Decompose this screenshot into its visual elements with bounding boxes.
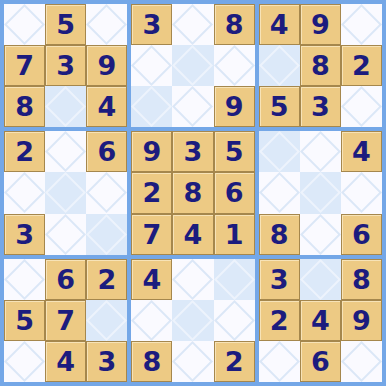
cell-r7c7: 3 bbox=[259, 259, 300, 300]
cell-r7c4: 4 bbox=[131, 259, 172, 300]
cell-r7c5[interactable] bbox=[172, 259, 213, 300]
cell-r9c3: 3 bbox=[86, 341, 127, 382]
diamond-outline-icon bbox=[45, 86, 86, 127]
cell-r3c1: 8 bbox=[4, 86, 45, 127]
cell-r1c5[interactable] bbox=[172, 4, 213, 45]
diamond-outline-icon bbox=[172, 341, 213, 382]
cell-r8c4[interactable] bbox=[131, 300, 172, 341]
diamond-outline-icon bbox=[300, 131, 341, 172]
diamond-outline-icon bbox=[172, 45, 213, 86]
box-r3c2: 482 bbox=[131, 259, 254, 382]
cell-r7c9: 8 bbox=[341, 259, 382, 300]
diamond-outline-icon bbox=[259, 131, 300, 172]
diamond-outline-icon bbox=[341, 172, 382, 213]
cell-r9c2: 4 bbox=[45, 341, 86, 382]
diamond-outline-icon bbox=[131, 86, 172, 127]
cell-r7c2: 6 bbox=[45, 259, 86, 300]
diamond-outline-icon bbox=[45, 214, 86, 255]
cell-r2c5[interactable] bbox=[172, 45, 213, 86]
diamond-outline-icon bbox=[259, 172, 300, 213]
cell-r3c4[interactable] bbox=[131, 86, 172, 127]
diamond-outline-icon bbox=[172, 4, 213, 45]
cell-r7c6[interactable] bbox=[214, 259, 255, 300]
cell-r6c6: 1 bbox=[214, 214, 255, 255]
diamond-outline-icon bbox=[214, 259, 255, 300]
box-r2c3: 486 bbox=[259, 131, 382, 254]
diamond-outline-icon bbox=[341, 4, 382, 45]
cell-r6c2[interactable] bbox=[45, 214, 86, 255]
cell-r1c3[interactable] bbox=[86, 4, 127, 45]
diamond-outline-icon bbox=[300, 214, 341, 255]
cell-r2c9: 2 bbox=[341, 45, 382, 86]
box-r3c3: 382496 bbox=[259, 259, 382, 382]
sudoku-board: 5739843894982532639352867414866257434823… bbox=[0, 0, 386, 386]
cell-r3c6: 9 bbox=[214, 86, 255, 127]
cell-r7c8[interactable] bbox=[300, 259, 341, 300]
cell-r5c8[interactable] bbox=[300, 172, 341, 213]
cell-r5c5: 8 bbox=[172, 172, 213, 213]
diamond-outline-icon bbox=[341, 86, 382, 127]
cell-r4c4: 9 bbox=[131, 131, 172, 172]
diamond-outline-icon bbox=[214, 300, 255, 341]
cell-r4c1: 2 bbox=[4, 131, 45, 172]
cell-r9c5[interactable] bbox=[172, 341, 213, 382]
cell-r9c7[interactable] bbox=[259, 341, 300, 382]
cell-r1c8: 9 bbox=[300, 4, 341, 45]
box-r1c3: 498253 bbox=[259, 4, 382, 127]
cell-r8c1: 5 bbox=[4, 300, 45, 341]
cell-r5c1[interactable] bbox=[4, 172, 45, 213]
cell-r1c4: 3 bbox=[131, 4, 172, 45]
diamond-outline-icon bbox=[300, 259, 341, 300]
cell-r9c1[interactable] bbox=[4, 341, 45, 382]
cell-r6c7: 8 bbox=[259, 214, 300, 255]
cell-r2c1: 7 bbox=[4, 45, 45, 86]
cell-r8c3[interactable] bbox=[86, 300, 127, 341]
cell-r8c7: 2 bbox=[259, 300, 300, 341]
diamond-outline-icon bbox=[300, 172, 341, 213]
cell-r1c6: 8 bbox=[214, 4, 255, 45]
diamond-outline-icon bbox=[4, 259, 45, 300]
cell-r3c3: 4 bbox=[86, 86, 127, 127]
cell-r1c9[interactable] bbox=[341, 4, 382, 45]
cell-r8c9: 9 bbox=[341, 300, 382, 341]
diamond-outline-icon bbox=[131, 45, 172, 86]
cell-r9c6: 2 bbox=[214, 341, 255, 382]
cell-r9c9[interactable] bbox=[341, 341, 382, 382]
cell-r1c2: 5 bbox=[45, 4, 86, 45]
cell-r1c7: 4 bbox=[259, 4, 300, 45]
cell-r3c7: 5 bbox=[259, 86, 300, 127]
diamond-outline-icon bbox=[86, 172, 127, 213]
diamond-outline-icon bbox=[4, 4, 45, 45]
cell-r9c8: 6 bbox=[300, 341, 341, 382]
cell-r2c4[interactable] bbox=[131, 45, 172, 86]
cell-r7c3: 2 bbox=[86, 259, 127, 300]
cell-r4c6: 5 bbox=[214, 131, 255, 172]
cell-r6c3[interactable] bbox=[86, 214, 127, 255]
cell-r7c1[interactable] bbox=[4, 259, 45, 300]
cell-r2c7[interactable] bbox=[259, 45, 300, 86]
cell-r4c7[interactable] bbox=[259, 131, 300, 172]
diamond-outline-icon bbox=[86, 300, 127, 341]
cell-r8c6[interactable] bbox=[214, 300, 255, 341]
cell-r6c4: 7 bbox=[131, 214, 172, 255]
cell-r4c2[interactable] bbox=[45, 131, 86, 172]
box-r2c2: 935286741 bbox=[131, 131, 254, 254]
cell-r2c3: 9 bbox=[86, 45, 127, 86]
cell-r9c4: 8 bbox=[131, 341, 172, 382]
cell-r3c2[interactable] bbox=[45, 86, 86, 127]
diamond-outline-icon bbox=[172, 259, 213, 300]
cell-r2c8: 8 bbox=[300, 45, 341, 86]
cell-r1c1[interactable] bbox=[4, 4, 45, 45]
cell-r5c7[interactable] bbox=[259, 172, 300, 213]
cell-r8c8: 4 bbox=[300, 300, 341, 341]
cell-r6c8[interactable] bbox=[300, 214, 341, 255]
box-r2c1: 263 bbox=[4, 131, 127, 254]
cell-r8c2: 7 bbox=[45, 300, 86, 341]
cell-r6c1: 3 bbox=[4, 214, 45, 255]
cell-r2c6[interactable] bbox=[214, 45, 255, 86]
cell-r5c3[interactable] bbox=[86, 172, 127, 213]
diamond-outline-icon bbox=[172, 300, 213, 341]
cell-r5c4: 2 bbox=[131, 172, 172, 213]
cell-r5c6: 6 bbox=[214, 172, 255, 213]
diamond-outline-icon bbox=[86, 214, 127, 255]
diamond-outline-icon bbox=[45, 172, 86, 213]
diamond-outline-icon bbox=[214, 45, 255, 86]
diamond-outline-icon bbox=[131, 300, 172, 341]
diamond-outline-icon bbox=[259, 341, 300, 382]
cell-r4c9: 4 bbox=[341, 131, 382, 172]
box-r3c1: 625743 bbox=[4, 259, 127, 382]
cell-r3c5[interactable] bbox=[172, 86, 213, 127]
diamond-outline-icon bbox=[86, 4, 127, 45]
cell-r6c5: 4 bbox=[172, 214, 213, 255]
cell-r4c3: 6 bbox=[86, 131, 127, 172]
diamond-outline-icon bbox=[4, 172, 45, 213]
diamond-outline-icon bbox=[172, 86, 213, 127]
diamond-outline-icon bbox=[341, 341, 382, 382]
cell-r2c2: 3 bbox=[45, 45, 86, 86]
cell-r3c9[interactable] bbox=[341, 86, 382, 127]
cell-r8c5[interactable] bbox=[172, 300, 213, 341]
cell-r3c8: 3 bbox=[300, 86, 341, 127]
cell-r4c8[interactable] bbox=[300, 131, 341, 172]
cell-r6c9: 6 bbox=[341, 214, 382, 255]
diamond-outline-icon bbox=[259, 45, 300, 86]
cell-r5c9[interactable] bbox=[341, 172, 382, 213]
diamond-outline-icon bbox=[45, 131, 86, 172]
cell-r5c2[interactable] bbox=[45, 172, 86, 213]
cell-r4c5: 3 bbox=[172, 131, 213, 172]
diamond-outline-icon bbox=[4, 341, 45, 382]
box-r1c1: 573984 bbox=[4, 4, 127, 127]
box-r1c2: 389 bbox=[131, 4, 254, 127]
